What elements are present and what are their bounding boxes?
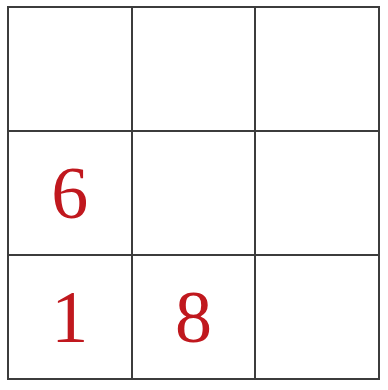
cell-r1c2[interactable] bbox=[256, 132, 378, 254]
cell-r1c1[interactable] bbox=[133, 132, 255, 254]
puzzle-board: 6 1 8 bbox=[7, 6, 380, 380]
cell-r2c2[interactable] bbox=[256, 256, 378, 378]
cell-r2c0[interactable]: 1 bbox=[9, 256, 131, 378]
cell-r0c2[interactable] bbox=[256, 8, 378, 130]
cell-r2c1[interactable]: 8 bbox=[133, 256, 255, 378]
cell-r0c1[interactable] bbox=[133, 8, 255, 130]
cell-r0c0[interactable] bbox=[9, 8, 131, 130]
cell-r1c0[interactable]: 6 bbox=[9, 132, 131, 254]
